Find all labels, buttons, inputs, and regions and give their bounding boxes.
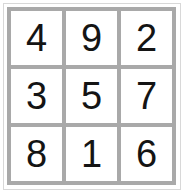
puzzle-canvas: 4 9 2 3 5 7 8 1 6	[0, 0, 186, 194]
grid-cell-r3c3: 6	[121, 127, 172, 181]
magic-square-grid: 4 9 2 3 5 7 8 1 6	[7, 7, 176, 185]
grid-cell-r1c1: 4	[11, 11, 62, 65]
grid-cell-r1c3: 2	[121, 11, 172, 65]
grid-cell-r3c2: 1	[66, 127, 117, 181]
grid-cell-r2c2: 5	[66, 69, 117, 123]
grid-cell-r2c1: 3	[11, 69, 62, 123]
grid-cell-r3c1: 8	[11, 127, 62, 181]
grid-cell-r1c2: 9	[66, 11, 117, 65]
grid-cell-r2c3: 7	[121, 69, 172, 123]
